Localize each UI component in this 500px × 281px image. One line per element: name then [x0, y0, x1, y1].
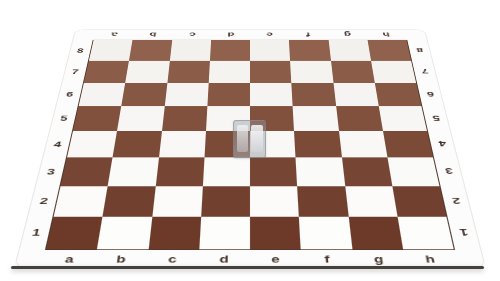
file-label-top-f: f — [289, 30, 329, 39]
square-e7 — [250, 61, 292, 83]
square-f3 — [296, 158, 345, 186]
square-f7 — [290, 61, 333, 83]
square-f8 — [289, 40, 330, 61]
square-c2 — [152, 186, 203, 217]
square-f6 — [292, 83, 336, 106]
file-labels-top: abcdefgh — [94, 30, 406, 39]
file-label-top-b: b — [133, 30, 173, 39]
square-e2 — [250, 186, 299, 217]
square-f4 — [294, 131, 341, 158]
square-a3 — [61, 158, 113, 186]
square-b7 — [125, 61, 169, 83]
square-b4 — [113, 131, 162, 158]
square-c4 — [158, 131, 205, 158]
file-label-top-d: d — [211, 30, 250, 39]
square-h3 — [387, 158, 439, 186]
square-b2 — [103, 186, 156, 217]
square-c1 — [148, 217, 201, 250]
file-label-bottom-b: b — [94, 251, 148, 267]
file-label-top-a: a — [94, 30, 135, 39]
square-e8 — [250, 40, 290, 61]
file-label-bottom-g: g — [352, 251, 406, 267]
file-label-bottom-e: e — [250, 251, 302, 267]
file-label-top-g: g — [327, 30, 367, 39]
square-e6 — [250, 83, 293, 106]
translucent-object-left-panel — [237, 125, 248, 152]
square-a7 — [84, 61, 129, 83]
square-d3 — [203, 158, 250, 186]
square-h5 — [379, 106, 427, 131]
square-g5 — [336, 106, 383, 131]
square-d8 — [210, 40, 250, 61]
square-a5 — [73, 106, 121, 131]
square-b6 — [121, 83, 166, 106]
file-label-top-c: c — [172, 30, 212, 39]
file-label-top-e: e — [250, 30, 289, 39]
square-g6 — [333, 83, 378, 106]
square-c5 — [162, 106, 208, 131]
square-g8 — [328, 40, 371, 61]
file-label-bottom-a: a — [42, 251, 97, 267]
square-a8 — [89, 40, 133, 61]
square-c8 — [169, 40, 210, 61]
square-h2 — [392, 186, 446, 217]
file-label-bottom-d: d — [198, 251, 250, 267]
square-h8 — [367, 40, 411, 61]
square-e3 — [250, 158, 297, 186]
file-label-bottom-c: c — [146, 251, 199, 267]
square-e1 — [250, 217, 301, 250]
translucent-object-right-panel — [251, 125, 263, 152]
square-b3 — [108, 158, 159, 186]
square-h1 — [397, 217, 454, 250]
file-labels-bottom: abcdefgh — [42, 251, 457, 267]
square-d2 — [201, 186, 250, 217]
square-c7 — [167, 61, 210, 83]
square-f2 — [297, 186, 348, 217]
square-c6 — [164, 83, 208, 106]
square-b5 — [117, 106, 164, 131]
board-front-edge-shadow — [11, 266, 484, 269]
square-b1 — [97, 217, 152, 250]
square-g7 — [331, 61, 375, 83]
square-b8 — [129, 40, 172, 61]
square-h4 — [383, 131, 433, 158]
square-h6 — [375, 83, 422, 106]
file-label-bottom-f: f — [301, 251, 354, 267]
square-d7 — [208, 61, 250, 83]
square-a4 — [67, 131, 117, 158]
square-g3 — [342, 158, 393, 186]
square-d6 — [207, 83, 250, 106]
square-g2 — [345, 186, 398, 217]
square-a6 — [79, 83, 126, 106]
square-a2 — [54, 186, 108, 217]
square-a1 — [46, 217, 103, 250]
file-label-bottom-h: h — [403, 251, 458, 267]
square-c3 — [155, 158, 204, 186]
square-f1 — [299, 217, 352, 250]
square-g1 — [348, 217, 403, 250]
translucent-object — [233, 120, 266, 158]
square-d1 — [199, 217, 250, 250]
photo-background: abcdefgh abcdefgh 87654321 87654321 — [0, 0, 500, 281]
file-label-top-h: h — [366, 30, 407, 39]
square-h7 — [371, 61, 416, 83]
square-f5 — [293, 106, 339, 131]
square-g4 — [339, 131, 388, 158]
